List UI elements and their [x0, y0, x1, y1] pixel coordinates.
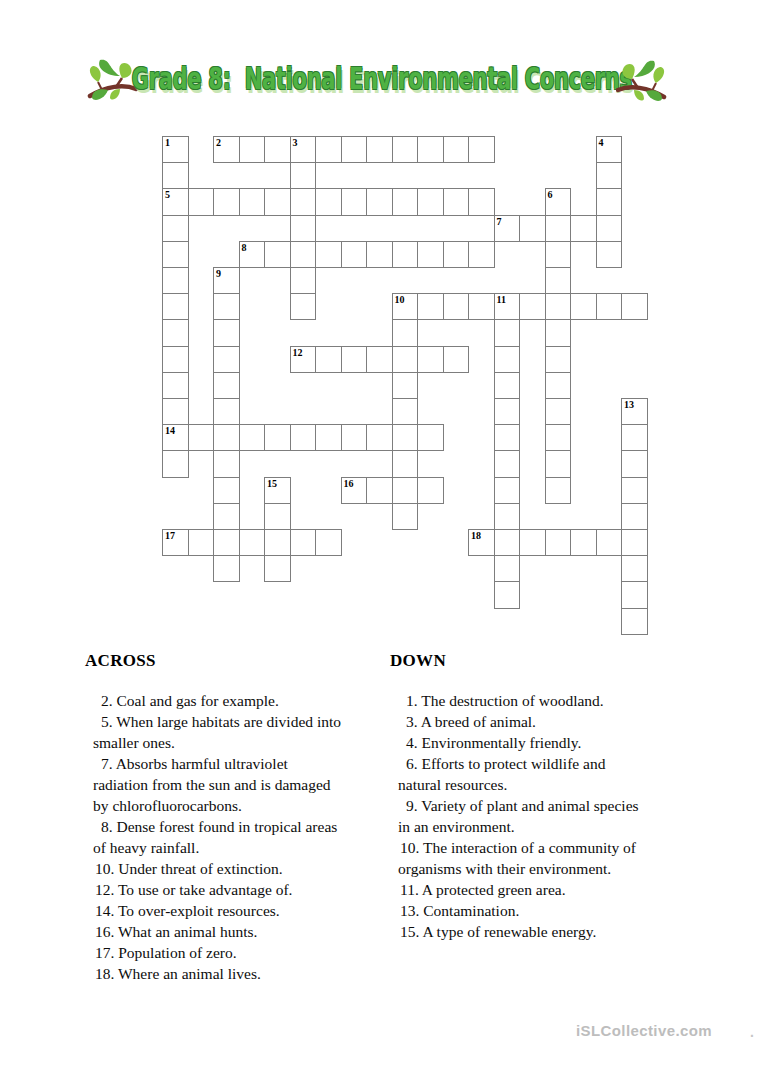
grid-cell[interactable] — [443, 241, 470, 268]
clue-line: organisms with their environment. — [390, 858, 692, 879]
page-title: Grade 8: National Environmental Concerns — [131, 56, 631, 100]
branch-leaves-icon-right — [616, 57, 668, 105]
grid-cell[interactable] — [621, 477, 648, 504]
grid-cell[interactable] — [366, 346, 393, 373]
grid-cell[interactable] — [213, 477, 240, 504]
grid-cell[interactable] — [392, 241, 419, 268]
clue-line: radiation from the sun and is damaged — [85, 774, 387, 795]
clue-number: 17 — [165, 530, 175, 541]
grid-cell[interactable] — [239, 136, 266, 163]
grid-cell[interactable] — [417, 293, 444, 320]
across-header: ACROSS — [85, 651, 387, 671]
grid-cell[interactable] — [545, 450, 572, 477]
grid-cell[interactable] — [443, 188, 470, 215]
grid-cell[interactable] — [621, 424, 648, 451]
grid-cell[interactable] — [494, 319, 521, 346]
clue-line: in an environment. — [390, 816, 692, 837]
grid-cell[interactable]: 10 — [392, 293, 419, 320]
grid-cell[interactable] — [621, 450, 648, 477]
grid-cell[interactable] — [494, 477, 521, 504]
grid-cell[interactable]: 18 — [468, 529, 495, 556]
grid-cell[interactable] — [366, 424, 393, 451]
clue-line: 4. Environmentally friendly. — [390, 732, 692, 753]
watermark: iSLCollective.com — [576, 1022, 712, 1039]
clue-number: 6 — [548, 189, 553, 200]
clue-line: 2. Coal and gas for example. — [85, 690, 387, 711]
grid-cell[interactable] — [443, 136, 470, 163]
grid-cell[interactable] — [213, 293, 240, 320]
grid-cell[interactable] — [239, 424, 266, 451]
grid-cell[interactable] — [341, 136, 368, 163]
grid-cell[interactable] — [213, 346, 240, 373]
grid-cell[interactable] — [519, 215, 546, 242]
clue-line: natural resources. — [390, 774, 692, 795]
grid-cell[interactable] — [264, 136, 291, 163]
clue-line: 8. Dense forest found in tropical areas — [85, 816, 387, 837]
grid-cell[interactable] — [162, 267, 189, 294]
grid-cell[interactable] — [315, 529, 342, 556]
grid-cell[interactable] — [366, 188, 393, 215]
grid-cell[interactable] — [341, 241, 368, 268]
grid-cell[interactable] — [570, 293, 597, 320]
grid-cell[interactable] — [162, 450, 189, 477]
grid-cell[interactable] — [239, 188, 266, 215]
grid-cell[interactable] — [494, 372, 521, 399]
clue-number: 13 — [624, 399, 634, 410]
clue-line: 15. A type of renewable energy. — [390, 921, 692, 942]
grid-cell[interactable] — [545, 215, 572, 242]
grid-cell[interactable] — [162, 293, 189, 320]
grid-cell[interactable] — [443, 293, 470, 320]
watermark-dot: . — [750, 1024, 754, 1040]
grid-cell[interactable]: 4 — [596, 136, 623, 163]
grid-cell[interactable] — [290, 241, 317, 268]
grid-cell[interactable] — [596, 188, 623, 215]
clue-number: 15 — [267, 478, 277, 489]
grid-cell[interactable] — [392, 372, 419, 399]
grid-cell[interactable] — [468, 241, 495, 268]
grid-cell[interactable] — [545, 424, 572, 451]
clue-number: 5 — [165, 189, 170, 200]
grid-cell[interactable] — [162, 241, 189, 268]
clue-line: 11. A protected green area. — [390, 879, 692, 900]
clue-line: 5. When large habitats are divided into — [85, 711, 387, 732]
clue-number: 9 — [216, 268, 221, 279]
grid-cell[interactable] — [188, 424, 215, 451]
grid-cell[interactable] — [162, 372, 189, 399]
grid-cell[interactable] — [417, 346, 444, 373]
grid-cell[interactable] — [494, 450, 521, 477]
grid-cell[interactable] — [417, 424, 444, 451]
grid-cell[interactable] — [315, 346, 342, 373]
grid-cell[interactable] — [443, 346, 470, 373]
grid-cell[interactable] — [494, 398, 521, 425]
grid-cell[interactable] — [290, 424, 317, 451]
clue-line: 17. Population of zero. — [85, 942, 387, 963]
clue-number: 8 — [242, 242, 247, 253]
grid-cell[interactable] — [213, 503, 240, 530]
grid-cell[interactable] — [621, 503, 648, 530]
clue-line: 6. Efforts to protect wildlife and — [390, 753, 692, 774]
grid-cell[interactable] — [392, 346, 419, 373]
grid-cell[interactable] — [494, 529, 521, 556]
crossword-grid: 123456789101112131415161718 — [162, 136, 647, 634]
grid-cell[interactable] — [392, 136, 419, 163]
grid-cell[interactable] — [341, 188, 368, 215]
clue-number: 16 — [344, 478, 354, 489]
grid-cell[interactable] — [494, 581, 521, 608]
grid-cell[interactable] — [468, 136, 495, 163]
grid-cell[interactable] — [392, 503, 419, 530]
down-header: DOWN — [390, 651, 692, 671]
grid-cell[interactable] — [366, 477, 393, 504]
grid-cell[interactable] — [290, 162, 317, 189]
grid-cell[interactable] — [392, 424, 419, 451]
grid-cell[interactable] — [162, 162, 189, 189]
grid-cell[interactable]: 15 — [264, 477, 291, 504]
grid-cell[interactable] — [162, 398, 189, 425]
grid-cell[interactable] — [315, 188, 342, 215]
grid-cell[interactable] — [545, 293, 572, 320]
grid-cell[interactable] — [213, 529, 240, 556]
grid-cell[interactable]: 11 — [494, 293, 521, 320]
grid-cell[interactable]: 3 — [290, 136, 317, 163]
clue-line: 10. The interaction of a community of — [390, 837, 692, 858]
clue-number: 12 — [293, 347, 303, 358]
grid-cell[interactable] — [162, 346, 189, 373]
grid-cell[interactable] — [596, 293, 623, 320]
grid-cell[interactable] — [621, 581, 648, 608]
clue-number: 2 — [216, 137, 221, 148]
grid-cell[interactable]: 8 — [239, 241, 266, 268]
clue-number: 7 — [497, 216, 502, 227]
grid-cell[interactable] — [417, 241, 444, 268]
grid-cell[interactable] — [264, 188, 291, 215]
grid-cell[interactable] — [392, 319, 419, 346]
grid-cell[interactable] — [494, 424, 521, 451]
clue-line: 16. What an animal hunts. — [85, 921, 387, 942]
grid-cell[interactable] — [621, 608, 648, 635]
grid-cell[interactable] — [315, 424, 342, 451]
grid-cell[interactable]: 13 — [621, 398, 648, 425]
grid-cell[interactable] — [264, 555, 291, 582]
grid-cell[interactable] — [596, 241, 623, 268]
grid-cell[interactable] — [468, 188, 495, 215]
grid-cell[interactable] — [519, 293, 546, 320]
grid-cell[interactable]: 14 — [162, 424, 189, 451]
grid-cell[interactable] — [341, 424, 368, 451]
grid-cell[interactable] — [417, 136, 444, 163]
clue-number: 1 — [165, 137, 170, 148]
grid-cell[interactable] — [494, 503, 521, 530]
grid-cell[interactable] — [188, 188, 215, 215]
grid-cell[interactable] — [290, 529, 317, 556]
grid-cell[interactable] — [545, 346, 572, 373]
grid-cell[interactable]: 2 — [213, 136, 240, 163]
grid-cell[interactable] — [545, 241, 572, 268]
grid-cell[interactable] — [468, 293, 495, 320]
grid-cell[interactable] — [621, 555, 648, 582]
grid-cell[interactable] — [264, 529, 291, 556]
grid-cell[interactable] — [545, 477, 572, 504]
grid-cell[interactable] — [417, 188, 444, 215]
grid-cell[interactable] — [290, 293, 317, 320]
clue-line: by chlorofluorocarbons. — [85, 795, 387, 816]
grid-cell[interactable] — [290, 215, 317, 242]
grid-cell[interactable] — [621, 293, 648, 320]
grid-cell[interactable] — [213, 424, 240, 451]
grid-cell[interactable]: 12 — [290, 346, 317, 373]
grid-cell[interactable] — [417, 477, 444, 504]
clue-line: 1. The destruction of woodland. — [390, 690, 692, 711]
grid-cell[interactable] — [545, 267, 572, 294]
grid-cell[interactable] — [213, 450, 240, 477]
clue-line: 12. To use or take advantage of. — [85, 879, 387, 900]
clue-line: 3. A breed of animal. — [390, 711, 692, 732]
clue-line: 18. Where an animal lives. — [85, 963, 387, 984]
grid-cell[interactable] — [545, 529, 572, 556]
grid-cell[interactable] — [264, 241, 291, 268]
clue-number: 18 — [471, 530, 481, 541]
grid-cell[interactable]: 17 — [162, 529, 189, 556]
grid-cell[interactable] — [621, 529, 648, 556]
grid-cell[interactable] — [596, 215, 623, 242]
clue-number: 3 — [293, 137, 298, 148]
grid-cell[interactable] — [596, 162, 623, 189]
grid-cell[interactable]: 6 — [545, 188, 572, 215]
clue-line: 14. To over-exploit resources. — [85, 900, 387, 921]
grid-cell[interactable] — [290, 188, 317, 215]
down-clues-section: DOWN 1. The destruction of woodland.3. A… — [390, 651, 692, 942]
grid-cell[interactable]: 1 — [162, 136, 189, 163]
grid-cell[interactable] — [366, 136, 393, 163]
grid-cell[interactable] — [239, 529, 266, 556]
grid-cell[interactable] — [545, 319, 572, 346]
clue-line: 9. Variety of plant and animal species — [390, 795, 692, 816]
grid-cell[interactable] — [213, 319, 240, 346]
across-clue-list: 2. Coal and gas for example.5. When larg… — [85, 690, 387, 984]
clue-number: 4 — [599, 137, 604, 148]
clue-number: 10 — [395, 294, 405, 305]
grid-cell[interactable] — [596, 529, 623, 556]
grid-cell[interactable] — [570, 529, 597, 556]
grid-cell[interactable]: 16 — [341, 477, 368, 504]
clue-number: 11 — [497, 294, 506, 305]
grid-cell[interactable] — [545, 398, 572, 425]
grid-cell[interactable]: 5 — [162, 188, 189, 215]
grid-cell[interactable] — [213, 188, 240, 215]
grid-cell[interactable] — [519, 529, 546, 556]
clue-line: smaller ones. — [85, 732, 387, 753]
grid-cell[interactable] — [264, 503, 291, 530]
grid-cell[interactable]: 7 — [494, 215, 521, 242]
grid-cell[interactable] — [290, 267, 317, 294]
grid-cell[interactable] — [392, 477, 419, 504]
grid-cell[interactable] — [162, 319, 189, 346]
grid-cell[interactable] — [392, 398, 419, 425]
grid-cell[interactable]: 9 — [213, 267, 240, 294]
grid-cell[interactable] — [494, 555, 521, 582]
grid-cell[interactable] — [162, 215, 189, 242]
clue-line: 13. Contamination. — [390, 900, 692, 921]
grid-cell[interactable] — [188, 529, 215, 556]
worksheet-page: Grade 8: National Environmental Concerns… — [0, 0, 763, 1079]
grid-cell[interactable] — [315, 136, 342, 163]
grid-cell[interactable] — [213, 555, 240, 582]
grid-cell[interactable] — [264, 424, 291, 451]
clue-number: 14 — [165, 425, 175, 436]
clue-line: 7. Absorbs harmful ultraviolet — [85, 753, 387, 774]
grid-cell[interactable] — [392, 450, 419, 477]
grid-cell[interactable] — [494, 346, 521, 373]
clue-line: 10. Under threat of extinction. — [85, 858, 387, 879]
grid-cell[interactable] — [366, 241, 393, 268]
grid-cell[interactable] — [213, 398, 240, 425]
grid-cell[interactable] — [545, 372, 572, 399]
down-clue-list: 1. The destruction of woodland.3. A bree… — [390, 690, 692, 942]
grid-cell[interactable] — [213, 372, 240, 399]
grid-cell[interactable] — [341, 346, 368, 373]
grid-cell[interactable] — [315, 241, 342, 268]
clue-line: of heavy rainfall. — [85, 837, 387, 858]
grid-cell[interactable] — [392, 188, 419, 215]
grid-cell[interactable] — [570, 215, 597, 242]
across-clues-section: ACROSS 2. Coal and gas for example.5. Wh… — [85, 651, 387, 984]
